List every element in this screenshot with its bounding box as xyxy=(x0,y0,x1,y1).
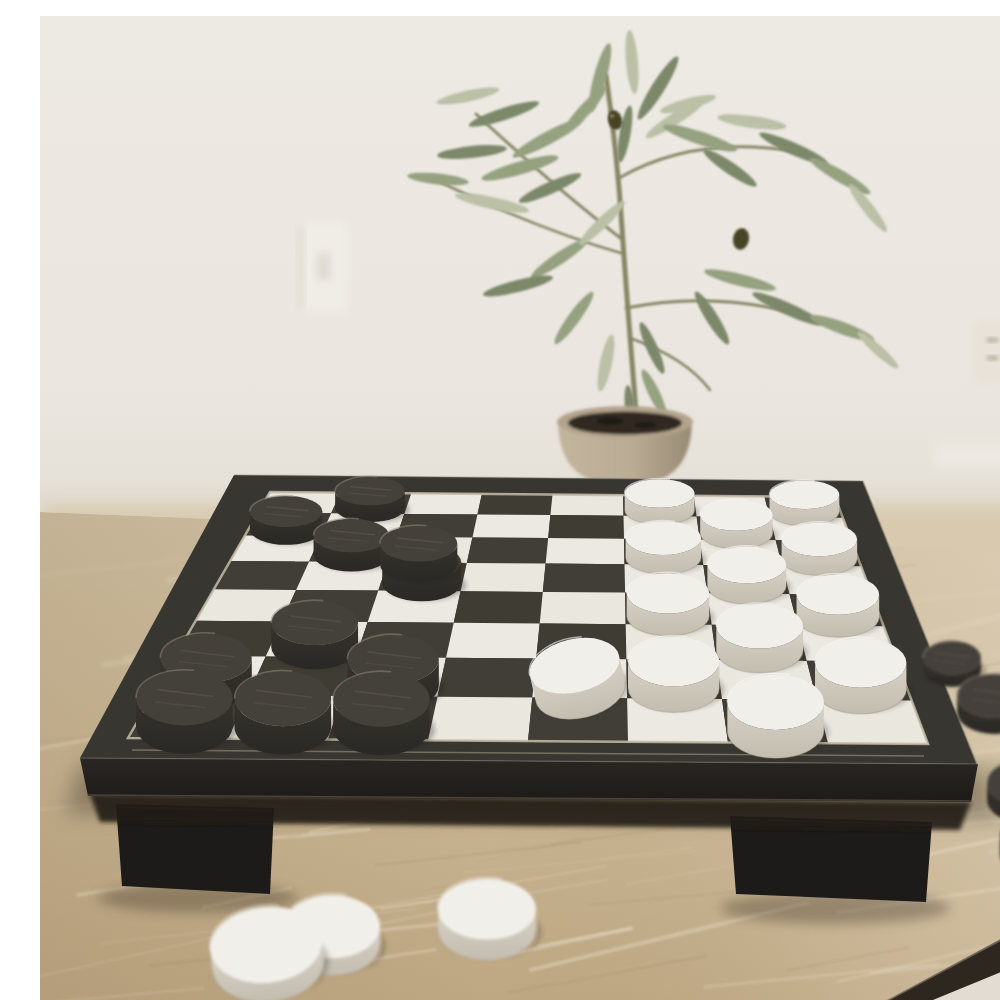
scene-svg xyxy=(40,16,1000,1000)
checkers-photo: Staged overhead-angle photo of a black a… xyxy=(40,16,1000,1000)
vignette xyxy=(40,16,1000,1000)
